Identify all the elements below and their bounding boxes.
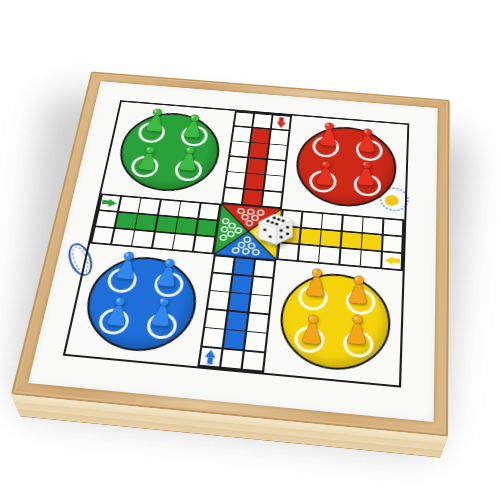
track-cell [202, 328, 224, 347]
yellow-home-cell [321, 230, 341, 247]
track-cell [247, 313, 269, 332]
green-home-cell [156, 216, 177, 233]
yellow-pawn[interactable] [296, 313, 329, 353]
track-cell [361, 250, 381, 268]
track-cell [254, 259, 275, 277]
pawn-spot [297, 284, 328, 312]
pawn-spot [293, 325, 325, 354]
red-home-cell [247, 158, 267, 174]
track-cell [173, 234, 194, 251]
track-cell [132, 231, 154, 248]
track-cell [95, 211, 117, 228]
pawn-spot [105, 267, 138, 294]
track-cell [270, 130, 289, 145]
blue-yard-circle [78, 253, 203, 356]
blue-home-cell [223, 330, 245, 350]
track-cell [159, 200, 180, 216]
yellow-arm-track [276, 209, 404, 271]
track-cell [363, 217, 383, 234]
pawn-spot [145, 312, 179, 340]
dice[interactable] [256, 211, 294, 251]
red-yard-circle [293, 123, 398, 210]
yellow-pawn[interactable] [300, 267, 332, 305]
board-paper [28, 81, 438, 422]
track-cell [302, 212, 322, 229]
track-cell [383, 235, 403, 252]
track-cell [266, 160, 285, 176]
yellow-home-cell [341, 232, 361, 249]
pawn-spot [152, 271, 185, 298]
track-cell [264, 175, 284, 191]
track-cell [99, 195, 121, 211]
yellow-quadrant [264, 260, 403, 385]
track-cell [234, 112, 253, 127]
yellow-home-cell [362, 234, 382, 251]
yellow-home-cell [300, 228, 320, 245]
track-cell [319, 247, 339, 264]
game-box [11, 72, 450, 437]
track-cell [249, 295, 270, 314]
track-cell [199, 347, 221, 367]
track-cell [153, 232, 175, 249]
track-cell [322, 214, 342, 231]
blue-home-cell [231, 275, 252, 293]
track-cell [340, 249, 360, 267]
red-arm-track [221, 111, 292, 209]
red-home-cell [251, 128, 270, 143]
yellow-pawn[interactable] [342, 274, 373, 312]
track-cell [232, 127, 251, 142]
red-pawn[interactable] [314, 121, 343, 152]
blue-pawn[interactable] [144, 295, 179, 334]
ludo-board [63, 100, 410, 387]
track-cell [272, 115, 291, 130]
track-cell [112, 229, 134, 246]
blue-quadrant [65, 244, 213, 367]
track-cell [199, 203, 220, 220]
track-cell [228, 157, 248, 173]
red-quadrant [282, 116, 407, 220]
track-cell [230, 141, 250, 156]
green-home-cell [136, 214, 157, 231]
track-cell [342, 215, 362, 232]
track-cell [299, 245, 320, 262]
red-pawn[interactable] [310, 159, 340, 192]
blue-start-arrow-icon [204, 349, 217, 364]
track-cell [92, 227, 114, 244]
green-pawn[interactable] [140, 107, 171, 138]
green-home-cell [196, 219, 217, 236]
blue-home-cell [226, 311, 248, 330]
track-cell [252, 277, 273, 295]
track-cell [213, 256, 234, 274]
track-cell [383, 219, 402, 236]
track-cell [205, 309, 227, 328]
track-cell [245, 332, 267, 352]
green-pawn[interactable] [132, 145, 164, 177]
track-cell [207, 291, 229, 310]
track-cell [139, 198, 160, 214]
red-pawn[interactable] [353, 127, 381, 159]
yellow-yard-circle [276, 269, 392, 374]
green-pawn[interactable] [177, 113, 208, 144]
red-home-cell [249, 143, 268, 158]
blue-home-cell [233, 258, 254, 276]
red-home-cell [243, 189, 263, 205]
blue-pawn[interactable] [99, 295, 135, 334]
track-cell [225, 172, 245, 188]
track-cell [223, 188, 243, 204]
track-cell [242, 351, 264, 371]
track-cell [253, 114, 272, 129]
track-cell [268, 145, 287, 161]
green-start-arrow-icon [102, 198, 118, 207]
track-cell [262, 191, 282, 207]
track-cell [221, 349, 243, 369]
red-start-arrow-icon [276, 117, 287, 128]
pawn-spot [343, 330, 374, 359]
green-pawn[interactable] [172, 145, 204, 177]
track-cell [210, 273, 231, 291]
green-home-cell [116, 212, 138, 229]
track-cell [194, 236, 215, 253]
blue-pawn[interactable] [109, 250, 144, 287]
blue-pawn[interactable] [150, 257, 184, 294]
red-home-cell [245, 174, 265, 190]
green-home-cell [176, 218, 197, 235]
pawn-spot [97, 307, 131, 335]
blue-arm-track [197, 254, 276, 372]
track-cell [119, 196, 140, 212]
green-arm-track [90, 193, 221, 254]
pawn-spot [345, 288, 376, 316]
yellow-start-arrow-icon [384, 256, 400, 266]
yellow-pawn[interactable] [341, 313, 373, 353]
oval-brand-logo [64, 240, 96, 278]
track-cell [179, 201, 200, 218]
track-cell [382, 252, 402, 270]
track-cell [278, 243, 299, 260]
photo-stage [0, 0, 500, 500]
red-pawn[interactable] [351, 159, 380, 192]
blue-home-cell [228, 293, 250, 312]
green-quadrant [101, 102, 235, 204]
